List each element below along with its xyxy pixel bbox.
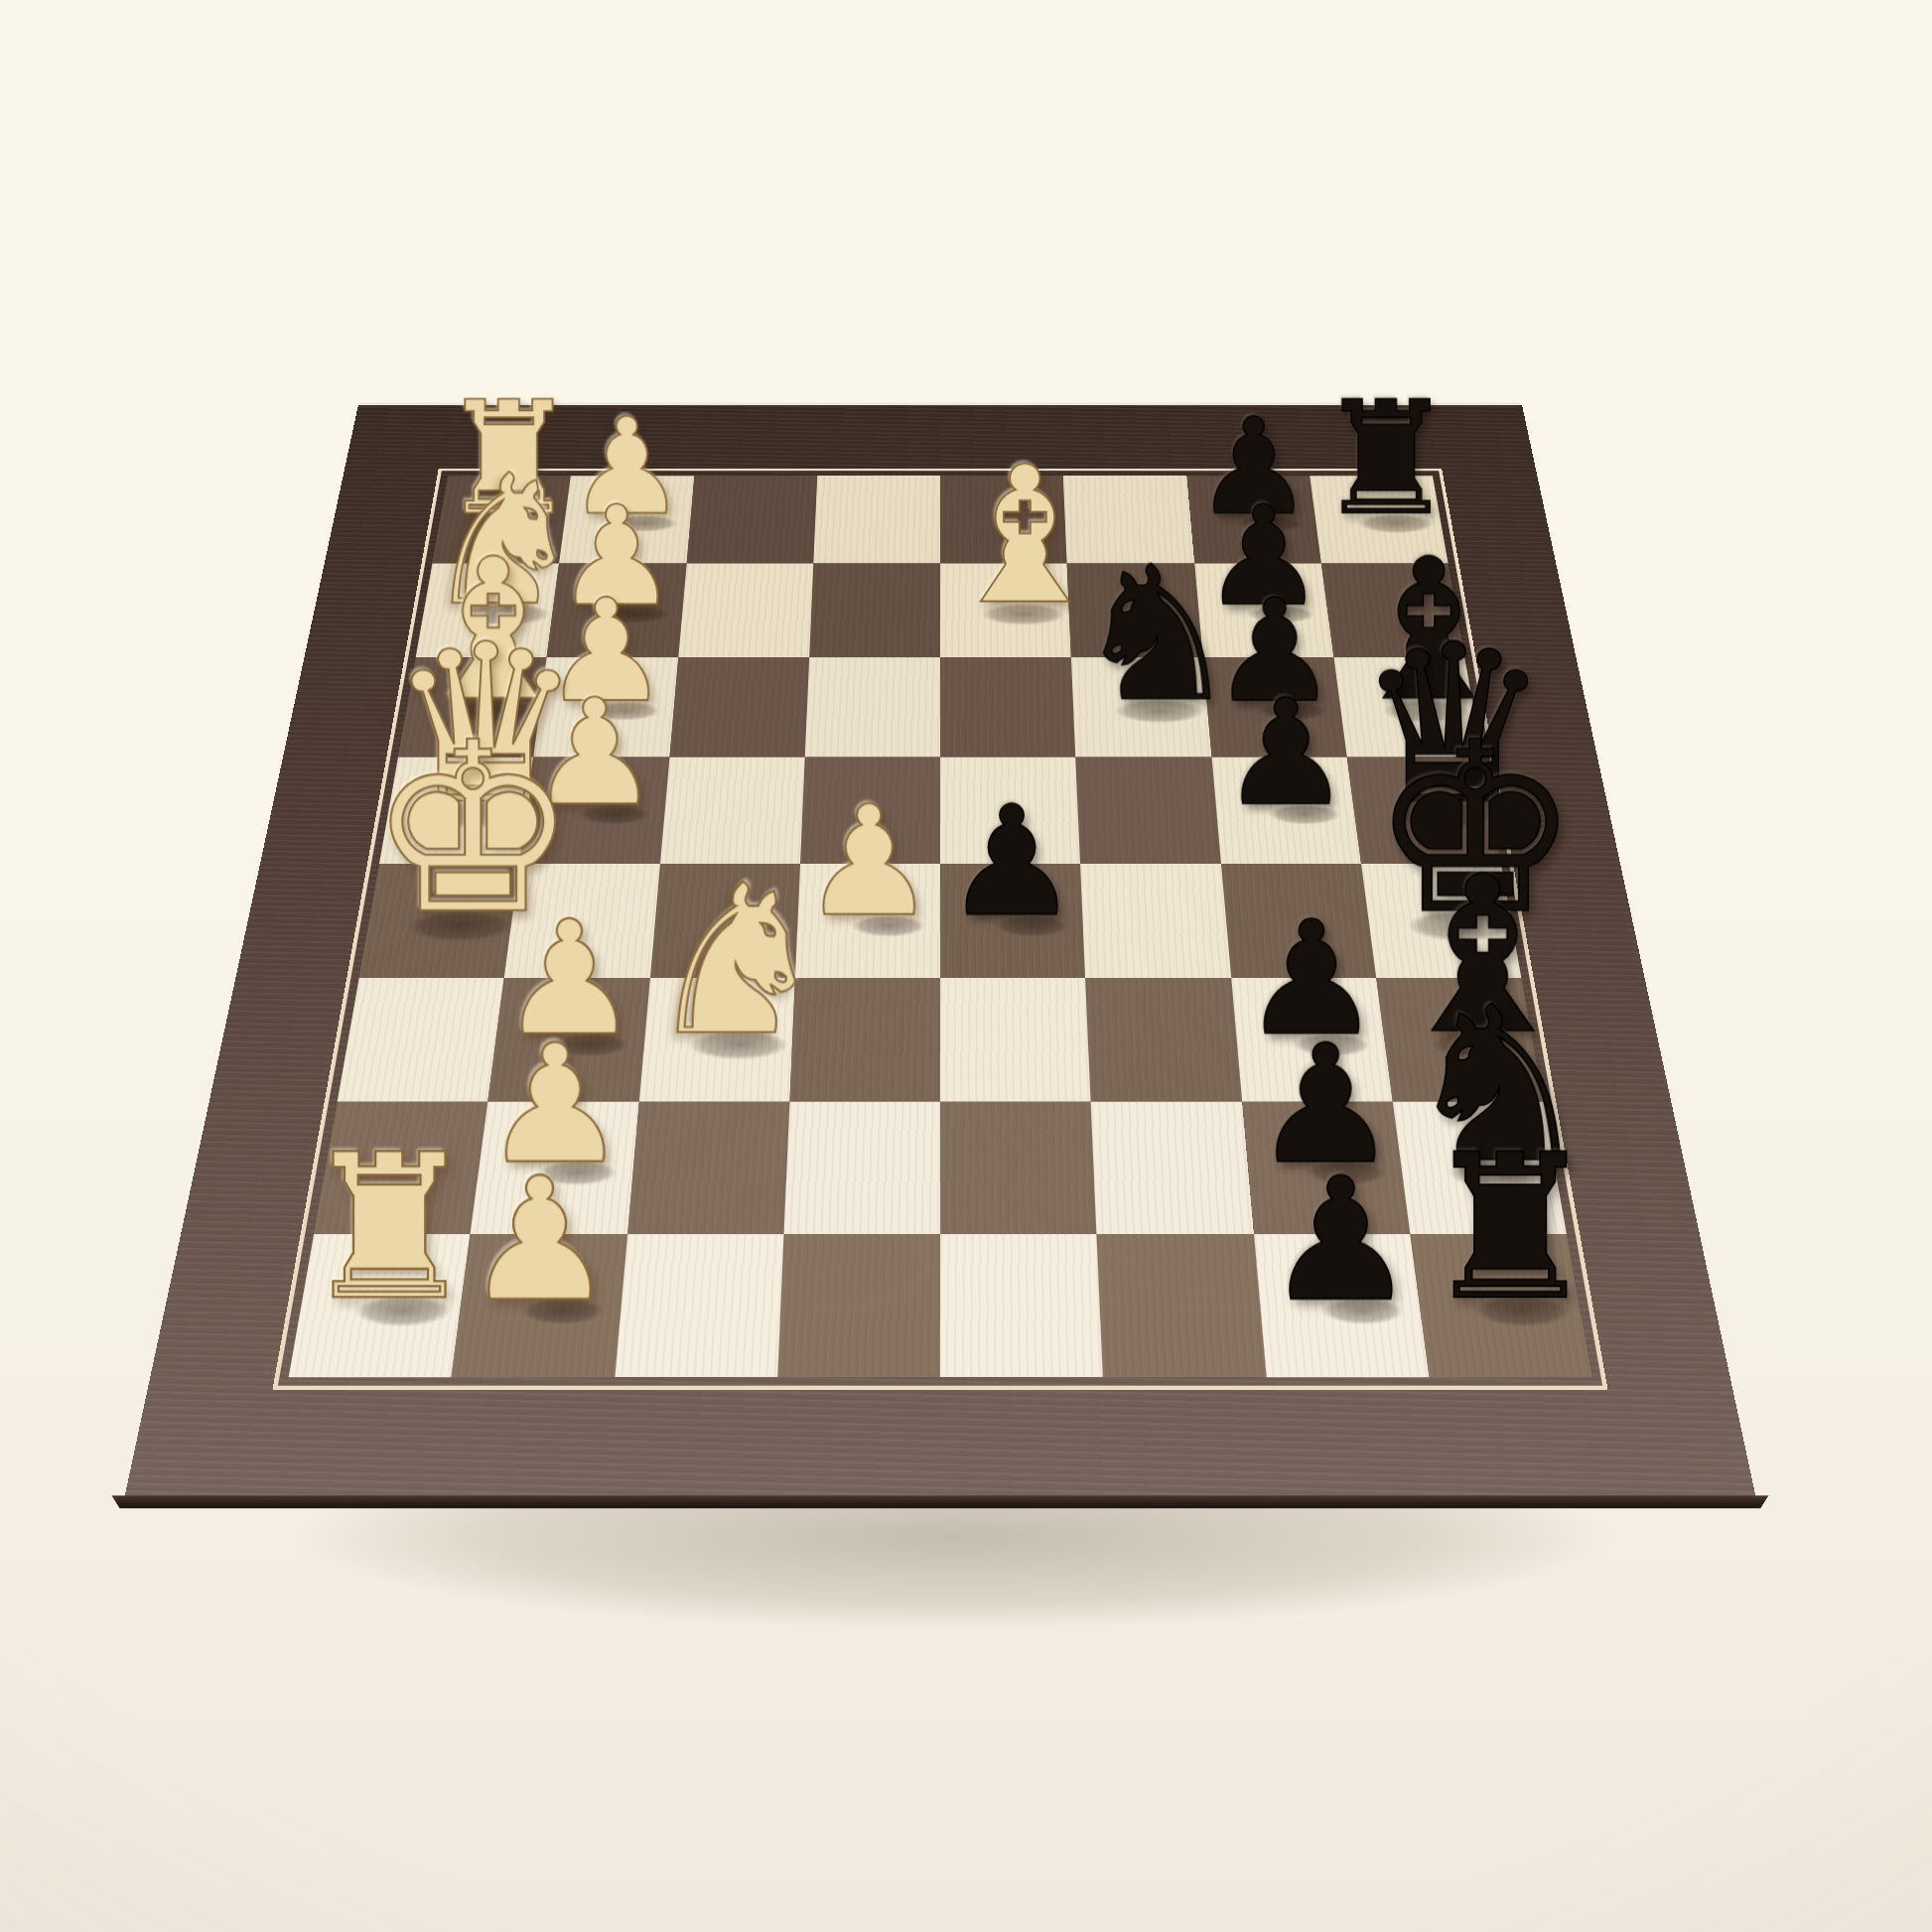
piece-white-knight-f3[interactable]: ♞ xyxy=(643,873,791,1047)
square-a3[interactable] xyxy=(686,476,817,563)
square-h1[interactable]: ♜ xyxy=(289,1234,471,1377)
piece-white-pawn-h2[interactable]: ♟ xyxy=(460,1169,620,1313)
square-g6[interactable] xyxy=(1091,1101,1254,1234)
photo-background: ♜♟♟♜♞♟♝♟♝♟♞♟♝♛♟♟♛♚♟♟♚♟♞♟♝♟♟♞♜♟♟♜ xyxy=(0,0,1932,1932)
piece-white-king-e1[interactable]: ♚ xyxy=(367,731,510,930)
piece-black-rook-h8[interactable]: ♜ xyxy=(1421,1145,1581,1314)
board-front-edge xyxy=(111,1495,1768,1508)
pawn-glyph: ♟ xyxy=(1220,691,1351,816)
square-f6[interactable] xyxy=(1085,978,1241,1101)
square-c5[interactable] xyxy=(940,657,1076,758)
square-h8[interactable]: ♜ xyxy=(1410,1234,1591,1377)
square-h7[interactable]: ♟ xyxy=(1253,1234,1429,1377)
square-b4[interactable] xyxy=(809,564,940,657)
board-playing-area: ♜♟♟♜♞♟♝♟♝♟♞♟♝♛♟♟♛♚♟♟♚♟♞♟♝♟♟♞♜♟♟♜ xyxy=(289,476,1592,1377)
square-d7[interactable]: ♟ xyxy=(1211,757,1361,864)
square-a4[interactable] xyxy=(813,476,940,563)
piece-white-rook-h1[interactable]: ♜ xyxy=(300,1145,460,1314)
square-g5[interactable] xyxy=(940,1101,1097,1234)
square-c4[interactable] xyxy=(804,657,940,758)
square-e5[interactable]: ♟ xyxy=(940,864,1085,978)
piece-white-bishop-b5[interactable]: ♝ xyxy=(940,457,1069,618)
pawn-glyph: ♟ xyxy=(943,797,1079,926)
piece-black-pawn-d7[interactable]: ♟ xyxy=(1216,691,1354,816)
square-g3[interactable] xyxy=(627,1101,790,1234)
square-g4[interactable] xyxy=(783,1101,940,1234)
square-h4[interactable] xyxy=(777,1234,940,1377)
square-c3[interactable] xyxy=(669,657,809,758)
square-b3[interactable] xyxy=(678,564,813,657)
square-e6[interactable] xyxy=(1080,864,1230,978)
square-b5[interactable]: ♝ xyxy=(940,564,1071,657)
rook-glyph: ♜ xyxy=(1421,1145,1599,1314)
square-f3[interactable]: ♞ xyxy=(638,978,794,1101)
piece-black-pawn-h7[interactable]: ♟ xyxy=(1260,1169,1420,1313)
square-d6[interactable] xyxy=(1076,757,1221,864)
square-c6[interactable]: ♞ xyxy=(1071,657,1211,758)
square-h3[interactable] xyxy=(615,1234,783,1377)
pawn-glyph: ♟ xyxy=(1264,1169,1416,1313)
square-h5[interactable] xyxy=(940,1234,1103,1377)
rook-glyph: ♜ xyxy=(1316,392,1456,525)
square-f5[interactable] xyxy=(940,978,1091,1101)
square-h6[interactable] xyxy=(1097,1234,1266,1377)
knight-glyph: ♞ xyxy=(1074,556,1240,714)
rook-glyph: ♜ xyxy=(300,1145,479,1314)
chessboard: ♜♟♟♜♞♟♝♟♝♟♞♟♝♛♟♟♛♚♟♟♚♟♞♟♝♟♟♞♜♟♟♜ xyxy=(122,405,1758,1508)
piece-black-knight-c6[interactable]: ♞ xyxy=(1074,556,1208,714)
pawn-glyph: ♟ xyxy=(464,1169,616,1313)
piece-black-rook-a8[interactable]: ♜ xyxy=(1316,392,1442,525)
knight-glyph: ♞ xyxy=(643,873,828,1047)
chessboard-scene: ♜♟♟♜♞♟♝♟♝♟♞♟♝♛♟♟♛♚♟♟♚♟♞♟♝♟♟♞♜♟♟♜ xyxy=(0,0,1932,1932)
piece-black-pawn-e5[interactable]: ♟ xyxy=(940,797,1083,926)
